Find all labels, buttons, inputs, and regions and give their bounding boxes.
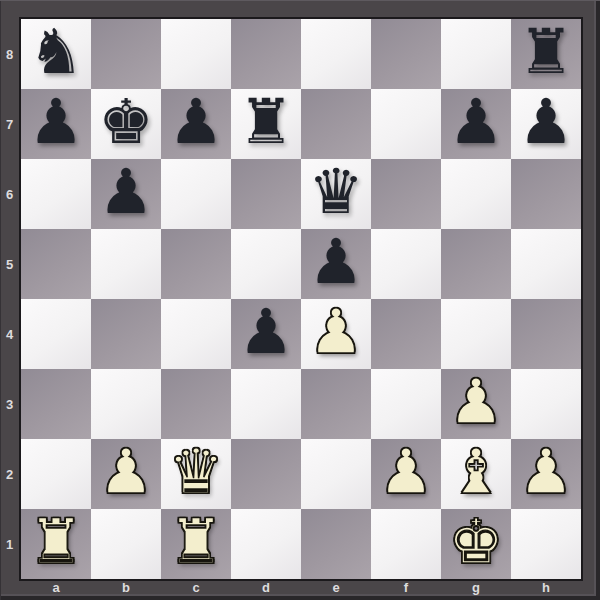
piece-black-pawn[interactable]: ♟ [518, 91, 574, 153]
square-b1[interactable] [91, 509, 161, 579]
square-h2[interactable]: ♟ [511, 439, 581, 509]
rank-label-2: 2 [0, 439, 19, 509]
square-d6[interactable] [231, 159, 301, 229]
square-a6[interactable] [21, 159, 91, 229]
rank-label-5: 5 [0, 229, 19, 299]
square-h7[interactable]: ♟ [511, 89, 581, 159]
rank-label-7: 7 [0, 89, 19, 159]
square-b6[interactable]: ♟ [91, 159, 161, 229]
square-d7[interactable]: ♜ [231, 89, 301, 159]
chess-board-frame: ♞♜♟♚♟♜♟♟♟♛♟♟♟♟♟♛♟♝♟♜♜♚ 87654321 abcdefgh [0, 0, 600, 600]
rank-label-1: 1 [0, 509, 19, 579]
square-c1[interactable]: ♜ [161, 509, 231, 579]
square-a8[interactable]: ♞ [21, 19, 91, 89]
square-a3[interactable] [21, 369, 91, 439]
square-f4[interactable] [371, 299, 441, 369]
square-g8[interactable] [441, 19, 511, 89]
file-label-e: e [301, 579, 371, 596]
square-b4[interactable] [91, 299, 161, 369]
square-g4[interactable] [441, 299, 511, 369]
square-g5[interactable] [441, 229, 511, 299]
piece-white-pawn[interactable]: ♟ [448, 371, 504, 433]
file-label-h: h [511, 579, 581, 596]
square-d5[interactable] [231, 229, 301, 299]
square-c4[interactable] [161, 299, 231, 369]
square-e4[interactable]: ♟ [301, 299, 371, 369]
square-a2[interactable] [21, 439, 91, 509]
square-e3[interactable] [301, 369, 371, 439]
piece-white-bishop[interactable]: ♝ [448, 441, 504, 503]
square-b5[interactable] [91, 229, 161, 299]
square-c7[interactable]: ♟ [161, 89, 231, 159]
square-g6[interactable] [441, 159, 511, 229]
file-label-c: c [161, 579, 231, 596]
square-f2[interactable]: ♟ [371, 439, 441, 509]
square-c8[interactable] [161, 19, 231, 89]
rank-label-3: 3 [0, 369, 19, 439]
piece-white-rook[interactable]: ♜ [28, 511, 84, 573]
square-a5[interactable] [21, 229, 91, 299]
square-f8[interactable] [371, 19, 441, 89]
square-e8[interactable] [301, 19, 371, 89]
piece-white-queen[interactable]: ♛ [168, 441, 224, 503]
piece-black-pawn[interactable]: ♟ [448, 91, 504, 153]
square-h6[interactable] [511, 159, 581, 229]
square-a1[interactable]: ♜ [21, 509, 91, 579]
piece-white-rook[interactable]: ♜ [168, 511, 224, 573]
square-f5[interactable] [371, 229, 441, 299]
square-a4[interactable] [21, 299, 91, 369]
piece-black-pawn[interactable]: ♟ [168, 91, 224, 153]
piece-black-pawn[interactable]: ♟ [28, 91, 84, 153]
piece-white-pawn[interactable]: ♟ [98, 441, 154, 503]
square-c6[interactable] [161, 159, 231, 229]
square-b2[interactable]: ♟ [91, 439, 161, 509]
piece-black-pawn[interactable]: ♟ [98, 161, 154, 223]
square-f3[interactable] [371, 369, 441, 439]
piece-black-pawn[interactable]: ♟ [238, 301, 294, 363]
piece-white-pawn[interactable]: ♟ [308, 301, 364, 363]
chess-board: ♞♜♟♚♟♜♟♟♟♛♟♟♟♟♟♛♟♝♟♜♜♚ [19, 17, 583, 581]
square-e5[interactable]: ♟ [301, 229, 371, 299]
square-a7[interactable]: ♟ [21, 89, 91, 159]
square-f6[interactable] [371, 159, 441, 229]
square-c5[interactable] [161, 229, 231, 299]
square-b7[interactable]: ♚ [91, 89, 161, 159]
square-g7[interactable]: ♟ [441, 89, 511, 159]
piece-white-pawn[interactable]: ♟ [378, 441, 434, 503]
square-d4[interactable]: ♟ [231, 299, 301, 369]
piece-black-rook[interactable]: ♜ [518, 21, 574, 83]
rank-label-8: 8 [0, 19, 19, 89]
square-h1[interactable] [511, 509, 581, 579]
square-d2[interactable] [231, 439, 301, 509]
piece-white-king[interactable]: ♚ [448, 511, 504, 573]
piece-black-rook[interactable]: ♜ [238, 91, 294, 153]
rank-label-4: 4 [0, 299, 19, 369]
square-f7[interactable] [371, 89, 441, 159]
square-d8[interactable] [231, 19, 301, 89]
rank-label-6: 6 [0, 159, 19, 229]
file-label-f: f [371, 579, 441, 596]
square-e2[interactable] [301, 439, 371, 509]
square-g3[interactable]: ♟ [441, 369, 511, 439]
square-c3[interactable] [161, 369, 231, 439]
square-f1[interactable] [371, 509, 441, 579]
square-g2[interactable]: ♝ [441, 439, 511, 509]
file-label-b: b [91, 579, 161, 596]
piece-black-queen[interactable]: ♛ [308, 161, 364, 223]
square-b3[interactable] [91, 369, 161, 439]
piece-black-knight[interactable]: ♞ [28, 21, 84, 83]
square-d1[interactable] [231, 509, 301, 579]
square-c2[interactable]: ♛ [161, 439, 231, 509]
file-label-g: g [441, 579, 511, 596]
square-h3[interactable] [511, 369, 581, 439]
square-h8[interactable]: ♜ [511, 19, 581, 89]
square-g1[interactable]: ♚ [441, 509, 511, 579]
square-e1[interactable] [301, 509, 371, 579]
piece-black-pawn[interactable]: ♟ [308, 231, 364, 293]
piece-black-king[interactable]: ♚ [98, 91, 154, 153]
square-b8[interactable] [91, 19, 161, 89]
square-e7[interactable] [301, 89, 371, 159]
file-label-a: a [21, 579, 91, 596]
square-e6[interactable]: ♛ [301, 159, 371, 229]
square-h4[interactable] [511, 299, 581, 369]
square-d3[interactable] [231, 369, 301, 439]
square-h5[interactable] [511, 229, 581, 299]
file-label-d: d [231, 579, 301, 596]
piece-white-pawn[interactable]: ♟ [518, 441, 574, 503]
